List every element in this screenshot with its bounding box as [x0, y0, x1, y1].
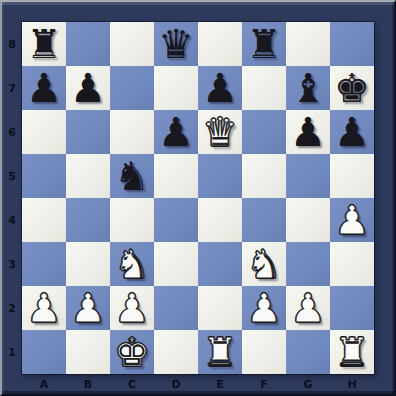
black-queen-piece: ♛	[158, 22, 194, 66]
white-knight-piece: ♞	[246, 242, 282, 286]
square-e7[interactable]: ♟	[198, 66, 242, 110]
black-rook-piece: ♜	[246, 22, 282, 66]
file-label-d: D	[154, 374, 198, 394]
square-c8[interactable]	[110, 22, 154, 66]
square-f6[interactable]	[242, 110, 286, 154]
square-h5[interactable]	[330, 154, 374, 198]
square-h2[interactable]	[330, 286, 374, 330]
black-pawn-piece: ♟	[290, 110, 326, 154]
square-d2[interactable]	[154, 286, 198, 330]
square-c6[interactable]	[110, 110, 154, 154]
white-queen-piece: ♛	[202, 110, 238, 154]
square-e2[interactable]	[198, 286, 242, 330]
square-f7[interactable]	[242, 66, 286, 110]
square-e1[interactable]: ♜	[198, 330, 242, 374]
black-rook-piece: ♜	[26, 22, 62, 66]
square-b3[interactable]	[66, 242, 110, 286]
square-c3[interactable]: ♞	[110, 242, 154, 286]
white-rook-piece: ♜	[334, 330, 370, 374]
board: ♜♛♜♟♟♟♝♚♟♛♟♟♞♟♞♞♟♟♟♟♟♚♜♜	[22, 22, 374, 374]
square-d4[interactable]	[154, 198, 198, 242]
square-f4[interactable]	[242, 198, 286, 242]
square-g3[interactable]	[286, 242, 330, 286]
rank-label-6: 6	[2, 110, 22, 154]
square-c7[interactable]	[110, 66, 154, 110]
white-king-piece: ♚	[114, 330, 150, 374]
square-e6[interactable]: ♛	[198, 110, 242, 154]
square-g7[interactable]: ♝	[286, 66, 330, 110]
square-c5[interactable]: ♞	[110, 154, 154, 198]
square-e5[interactable]	[198, 154, 242, 198]
square-d8[interactable]: ♛	[154, 22, 198, 66]
square-h4[interactable]: ♟	[330, 198, 374, 242]
square-a1[interactable]	[22, 330, 66, 374]
file-label-h: H	[330, 374, 374, 394]
square-a6[interactable]	[22, 110, 66, 154]
white-pawn-piece: ♟	[246, 286, 282, 330]
rank-label-3: 3	[2, 242, 22, 286]
black-pawn-piece: ♟	[158, 110, 194, 154]
square-b7[interactable]: ♟	[66, 66, 110, 110]
square-h3[interactable]	[330, 242, 374, 286]
white-pawn-piece: ♟	[70, 286, 106, 330]
rank-label-5: 5	[2, 154, 22, 198]
square-h1[interactable]: ♜	[330, 330, 374, 374]
white-rook-piece: ♜	[202, 330, 238, 374]
rank-label-2: 2	[2, 286, 22, 330]
square-d5[interactable]	[154, 154, 198, 198]
file-label-a: A	[22, 374, 66, 394]
square-h7[interactable]: ♚	[330, 66, 374, 110]
black-pawn-piece: ♟	[26, 66, 62, 110]
square-f8[interactable]: ♜	[242, 22, 286, 66]
rank-label-4: 4	[2, 198, 22, 242]
rank-labels: 87654321	[2, 22, 22, 374]
square-b6[interactable]	[66, 110, 110, 154]
square-f3[interactable]: ♞	[242, 242, 286, 286]
square-a4[interactable]	[22, 198, 66, 242]
square-c4[interactable]	[110, 198, 154, 242]
square-e3[interactable]	[198, 242, 242, 286]
square-d6[interactable]: ♟	[154, 110, 198, 154]
square-b5[interactable]	[66, 154, 110, 198]
file-label-e: E	[198, 374, 242, 394]
board-frame: 87654321 ABCDEFGH ♜♛♜♟♟♟♝♚♟♛♟♟♞♟♞♞♟♟♟♟♟♚…	[0, 0, 396, 396]
white-pawn-piece: ♟	[290, 286, 326, 330]
rank-label-1: 1	[2, 330, 22, 374]
file-label-b: B	[66, 374, 110, 394]
file-label-f: F	[242, 374, 286, 394]
square-e8[interactable]	[198, 22, 242, 66]
square-b2[interactable]: ♟	[66, 286, 110, 330]
file-label-g: G	[286, 374, 330, 394]
square-f5[interactable]	[242, 154, 286, 198]
square-b8[interactable]	[66, 22, 110, 66]
white-pawn-piece: ♟	[114, 286, 150, 330]
square-f2[interactable]: ♟	[242, 286, 286, 330]
square-h6[interactable]: ♟	[330, 110, 374, 154]
black-bishop-piece: ♝	[290, 66, 326, 110]
black-knight-piece: ♞	[114, 154, 150, 198]
square-g4[interactable]	[286, 198, 330, 242]
white-knight-piece: ♞	[114, 242, 150, 286]
black-king-piece: ♚	[334, 66, 370, 110]
file-label-c: C	[110, 374, 154, 394]
black-pawn-piece: ♟	[202, 66, 238, 110]
square-c1[interactable]: ♚	[110, 330, 154, 374]
square-g2[interactable]: ♟	[286, 286, 330, 330]
square-f1[interactable]	[242, 330, 286, 374]
square-d3[interactable]	[154, 242, 198, 286]
square-a2[interactable]: ♟	[22, 286, 66, 330]
square-g1[interactable]	[286, 330, 330, 374]
square-d7[interactable]	[154, 66, 198, 110]
square-d1[interactable]	[154, 330, 198, 374]
square-b1[interactable]	[66, 330, 110, 374]
white-pawn-piece: ♟	[26, 286, 62, 330]
square-a8[interactable]: ♜	[22, 22, 66, 66]
square-a3[interactable]	[22, 242, 66, 286]
rank-label-7: 7	[2, 66, 22, 110]
square-h8[interactable]	[330, 22, 374, 66]
square-g6[interactable]: ♟	[286, 110, 330, 154]
square-g8[interactable]	[286, 22, 330, 66]
square-a7[interactable]: ♟	[22, 66, 66, 110]
square-e4[interactable]	[198, 198, 242, 242]
black-pawn-piece: ♟	[334, 110, 370, 154]
file-labels: ABCDEFGH	[22, 374, 374, 394]
white-pawn-piece: ♟	[334, 198, 370, 242]
square-c2[interactable]: ♟	[110, 286, 154, 330]
square-a5[interactable]	[22, 154, 66, 198]
black-pawn-piece: ♟	[70, 66, 106, 110]
square-g5[interactable]	[286, 154, 330, 198]
rank-label-8: 8	[2, 22, 22, 66]
square-b4[interactable]	[66, 198, 110, 242]
